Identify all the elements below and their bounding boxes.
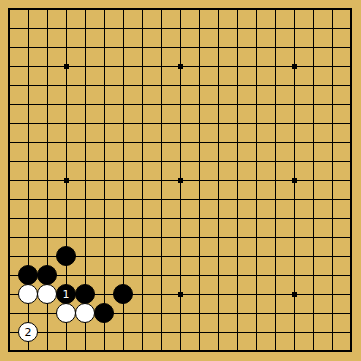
star-point xyxy=(64,64,69,69)
white-stone[interactable]: 2 xyxy=(18,322,38,342)
white-stone[interactable] xyxy=(18,284,38,304)
white-stone[interactable] xyxy=(37,284,57,304)
star-point xyxy=(292,292,297,297)
grid-line-vertical xyxy=(237,9,238,352)
grid-line-horizontal xyxy=(9,218,352,219)
grid-line-horizontal xyxy=(9,237,352,238)
grid-line-horizontal xyxy=(9,332,352,333)
go-board[interactable]: 12 xyxy=(0,0,361,361)
grid-line-horizontal xyxy=(9,199,352,200)
star-point xyxy=(178,292,183,297)
move-number-label: 1 xyxy=(63,289,70,300)
white-stone[interactable] xyxy=(56,303,76,323)
black-stone[interactable] xyxy=(113,284,133,304)
grid-line-vertical xyxy=(199,9,200,352)
star-point xyxy=(292,64,297,69)
star-point xyxy=(178,178,183,183)
grid-line-vertical xyxy=(313,9,314,352)
star-point xyxy=(64,178,69,183)
black-stone[interactable] xyxy=(37,265,57,285)
black-stone[interactable] xyxy=(56,246,76,266)
black-stone[interactable] xyxy=(94,303,114,323)
grid-line-vertical xyxy=(275,9,276,352)
black-stone[interactable] xyxy=(18,265,38,285)
star-point xyxy=(292,178,297,183)
star-point xyxy=(178,64,183,69)
move-number-label: 2 xyxy=(25,327,32,338)
white-stone[interactable] xyxy=(75,303,95,323)
grid-line-vertical xyxy=(256,9,257,352)
black-stone[interactable]: 1 xyxy=(56,284,76,304)
grid-line-vertical xyxy=(332,9,333,352)
grid-line-vertical xyxy=(218,9,219,352)
grid-line-horizontal xyxy=(9,275,352,276)
black-stone[interactable] xyxy=(75,284,95,304)
